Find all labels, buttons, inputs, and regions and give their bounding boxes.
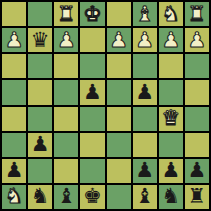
square-e7[interactable]	[80, 159, 104, 183]
square-f7[interactable]	[54, 159, 78, 183]
white-pawn-icon: ♟	[188, 30, 207, 51]
black-pawn-icon: ♟	[188, 160, 207, 181]
square-g6[interactable]: ♟	[28, 133, 52, 157]
square-e2[interactable]	[80, 28, 104, 52]
square-f8[interactable]: ♝	[54, 185, 78, 209]
square-b8[interactable]: ♞	[159, 185, 183, 209]
square-d8[interactable]	[107, 185, 131, 209]
square-a3[interactable]	[185, 54, 209, 78]
square-d2[interactable]: ♟	[107, 28, 131, 52]
black-pawn-icon: ♟	[5, 160, 24, 181]
square-c4[interactable]: ♟	[133, 80, 157, 104]
square-g3[interactable]	[28, 54, 52, 78]
square-a5[interactable]	[185, 107, 209, 131]
square-f2[interactable]: ♟	[54, 28, 78, 52]
square-c2[interactable]: ♟	[133, 28, 157, 52]
square-g2[interactable]: ♛	[28, 28, 52, 52]
square-e6[interactable]	[80, 133, 104, 157]
white-pawn-icon: ♟	[57, 30, 76, 51]
square-a1[interactable]: ♜	[185, 2, 209, 26]
square-a6[interactable]	[185, 133, 209, 157]
square-b7[interactable]: ♟	[159, 159, 183, 183]
square-f1[interactable]: ♜	[54, 2, 78, 26]
square-g4[interactable]	[28, 80, 52, 104]
square-h8[interactable]: ♞	[2, 185, 26, 209]
square-c6[interactable]	[133, 133, 157, 157]
square-d1[interactable]	[107, 2, 131, 26]
square-b2[interactable]: ♟	[159, 28, 183, 52]
square-g5[interactable]	[28, 107, 52, 131]
white-rook-icon: ♜	[188, 4, 207, 25]
square-d5[interactable]	[107, 107, 131, 131]
black-pawn-icon: ♟	[135, 160, 154, 181]
square-e8[interactable]: ♚	[80, 185, 104, 209]
black-pawn-icon: ♟	[83, 82, 102, 103]
square-d3[interactable]	[107, 54, 131, 78]
square-a2[interactable]: ♟	[185, 28, 209, 52]
square-f5[interactable]	[54, 107, 78, 131]
square-f4[interactable]	[54, 80, 78, 104]
square-h3[interactable]	[2, 54, 26, 78]
square-d4[interactable]	[107, 80, 131, 104]
square-c3[interactable]	[133, 54, 157, 78]
square-a7[interactable]: ♟	[185, 159, 209, 183]
white-knight-icon: ♞	[161, 4, 180, 25]
white-pawn-icon: ♟	[109, 30, 128, 51]
black-bishop-icon: ♝	[57, 186, 76, 207]
square-g8[interactable]: ♞	[28, 185, 52, 209]
square-e3[interactable]	[80, 54, 104, 78]
square-g7[interactable]	[28, 159, 52, 183]
white-knight-icon: ♞	[5, 186, 24, 207]
square-c1[interactable]: ♝	[133, 2, 157, 26]
square-g1[interactable]	[28, 2, 52, 26]
square-b1[interactable]: ♞	[159, 2, 183, 26]
square-f3[interactable]	[54, 54, 78, 78]
white-king-icon: ♚	[83, 4, 102, 25]
white-queen-icon: ♛	[161, 108, 180, 129]
square-h7[interactable]: ♟	[2, 159, 26, 183]
black-knight-icon: ♞	[31, 186, 50, 207]
black-bishop-icon: ♝	[135, 186, 154, 207]
black-pawn-icon: ♟	[135, 82, 154, 103]
chess-board: ♜♚♝♞♜♟♛♟♟♟♟♟♟♟♛♟♟♟♟♟♞♞♝♚♝♞♜	[0, 0, 211, 211]
white-pawn-icon: ♟	[5, 30, 24, 51]
white-rook-icon: ♜	[57, 4, 76, 25]
square-d6[interactable]	[107, 133, 131, 157]
square-c8[interactable]: ♝	[133, 185, 157, 209]
black-king-icon: ♚	[83, 186, 102, 207]
square-c5[interactable]	[133, 107, 157, 131]
square-b6[interactable]	[159, 133, 183, 157]
black-queen-icon: ♛	[31, 30, 50, 51]
white-pawn-icon: ♟	[135, 30, 154, 51]
square-c7[interactable]: ♟	[133, 159, 157, 183]
square-b3[interactable]	[159, 54, 183, 78]
square-h4[interactable]	[2, 80, 26, 104]
chess-app: ♜♚♝♞♜♟♛♟♟♟♟♟♟♟♛♟♟♟♟♟♞♞♝♚♝♞♜	[0, 0, 211, 211]
square-e5[interactable]	[80, 107, 104, 131]
white-pawn-icon: ♟	[161, 30, 180, 51]
square-h1[interactable]	[2, 2, 26, 26]
black-pawn-icon: ♟	[161, 160, 180, 181]
square-a4[interactable]	[185, 80, 209, 104]
square-f6[interactable]	[54, 133, 78, 157]
square-b5[interactable]: ♛	[159, 107, 183, 131]
square-h6[interactable]	[2, 133, 26, 157]
black-knight-icon: ♞	[161, 186, 180, 207]
square-a8[interactable]: ♜	[185, 185, 209, 209]
square-d7[interactable]	[107, 159, 131, 183]
square-h2[interactable]: ♟	[2, 28, 26, 52]
white-bishop-icon: ♝	[135, 4, 154, 25]
square-e1[interactable]: ♚	[80, 2, 104, 26]
black-pawn-icon: ♟	[31, 134, 50, 155]
square-e4[interactable]: ♟	[80, 80, 104, 104]
square-b4[interactable]	[159, 80, 183, 104]
square-h5[interactable]	[2, 107, 26, 131]
black-rook-icon: ♜	[188, 186, 207, 207]
